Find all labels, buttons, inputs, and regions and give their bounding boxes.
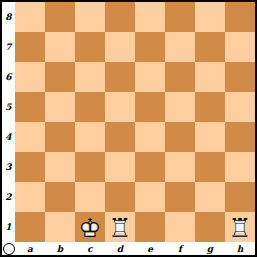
white-rook[interactable]: ♜♖ [225, 212, 255, 242]
rank-label-1: 1 [2, 212, 15, 242]
square-b8[interactable] [45, 2, 75, 32]
square-h5[interactable] [225, 92, 255, 122]
square-b4[interactable] [45, 122, 75, 152]
square-e5[interactable] [135, 92, 165, 122]
square-b1[interactable] [45, 212, 75, 242]
square-f8[interactable] [165, 2, 195, 32]
square-e7[interactable] [135, 32, 165, 62]
chess-board: ♚♔♜♖♜♖ [15, 2, 255, 242]
square-c4[interactable] [75, 122, 105, 152]
square-d3[interactable] [105, 152, 135, 182]
square-b2[interactable] [45, 182, 75, 212]
square-e6[interactable] [135, 62, 165, 92]
square-a6[interactable] [15, 62, 45, 92]
white-rook-glyph-outline: ♖ [225, 212, 255, 242]
square-d4[interactable] [105, 122, 135, 152]
square-h1[interactable]: ♜♖ [225, 212, 255, 242]
square-g8[interactable] [195, 2, 225, 32]
square-h4[interactable] [225, 122, 255, 152]
square-d2[interactable] [105, 182, 135, 212]
square-g1[interactable] [195, 212, 225, 242]
rank-labels: 87654321 [2, 2, 15, 242]
square-g4[interactable] [195, 122, 225, 152]
file-label-b: b [45, 242, 75, 255]
file-label-g: g [195, 242, 225, 255]
square-b7[interactable] [45, 32, 75, 62]
square-h3[interactable] [225, 152, 255, 182]
square-f2[interactable] [165, 182, 195, 212]
square-f3[interactable] [165, 152, 195, 182]
square-h2[interactable] [225, 182, 255, 212]
file-labels: abcdefgh [15, 242, 255, 255]
rank-label-8: 8 [2, 2, 15, 32]
square-g5[interactable] [195, 92, 225, 122]
white-king-glyph-outline: ♔ [75, 212, 105, 242]
file-label-f: f [165, 242, 195, 255]
square-f5[interactable] [165, 92, 195, 122]
square-f4[interactable] [165, 122, 195, 152]
file-label-d: d [105, 242, 135, 255]
square-h7[interactable] [225, 32, 255, 62]
square-f7[interactable] [165, 32, 195, 62]
square-g3[interactable] [195, 152, 225, 182]
square-d5[interactable] [105, 92, 135, 122]
file-label-e: e [135, 242, 165, 255]
rank-label-7: 7 [2, 32, 15, 62]
white-king[interactable]: ♚♔ [75, 212, 105, 242]
square-g2[interactable] [195, 182, 225, 212]
file-label-c: c [75, 242, 105, 255]
square-d7[interactable] [105, 32, 135, 62]
square-b6[interactable] [45, 62, 75, 92]
square-a4[interactable] [15, 122, 45, 152]
square-a5[interactable] [15, 92, 45, 122]
square-a3[interactable] [15, 152, 45, 182]
square-f6[interactable] [165, 62, 195, 92]
file-label-a: a [15, 242, 45, 255]
white-rook-glyph-outline: ♖ [105, 212, 135, 242]
square-d8[interactable] [105, 2, 135, 32]
rank-label-2: 2 [2, 182, 15, 212]
chess-diagram: 87654321 ♚♔♜♖♜♖ abcdefgh [0, 0, 257, 257]
square-c6[interactable] [75, 62, 105, 92]
square-b5[interactable] [45, 92, 75, 122]
rank-label-4: 4 [2, 122, 15, 152]
side-to-move-indicator [3, 243, 15, 255]
rank-label-6: 6 [2, 62, 15, 92]
square-d1[interactable]: ♜♖ [105, 212, 135, 242]
square-f1[interactable] [165, 212, 195, 242]
rank-label-5: 5 [2, 92, 15, 122]
white-rook[interactable]: ♜♖ [105, 212, 135, 242]
square-a1[interactable] [15, 212, 45, 242]
square-h6[interactable] [225, 62, 255, 92]
file-label-h: h [225, 242, 255, 255]
square-e2[interactable] [135, 182, 165, 212]
square-c1[interactable]: ♚♔ [75, 212, 105, 242]
square-d6[interactable] [105, 62, 135, 92]
square-e4[interactable] [135, 122, 165, 152]
square-g6[interactable] [195, 62, 225, 92]
square-a8[interactable] [15, 2, 45, 32]
square-e3[interactable] [135, 152, 165, 182]
square-c7[interactable] [75, 32, 105, 62]
square-a7[interactable] [15, 32, 45, 62]
square-h8[interactable] [225, 2, 255, 32]
square-g7[interactable] [195, 32, 225, 62]
square-a2[interactable] [15, 182, 45, 212]
square-c2[interactable] [75, 182, 105, 212]
square-c3[interactable] [75, 152, 105, 182]
square-e8[interactable] [135, 2, 165, 32]
square-c5[interactable] [75, 92, 105, 122]
rank-label-3: 3 [2, 152, 15, 182]
square-e1[interactable] [135, 212, 165, 242]
square-b3[interactable] [45, 152, 75, 182]
square-c8[interactable] [75, 2, 105, 32]
